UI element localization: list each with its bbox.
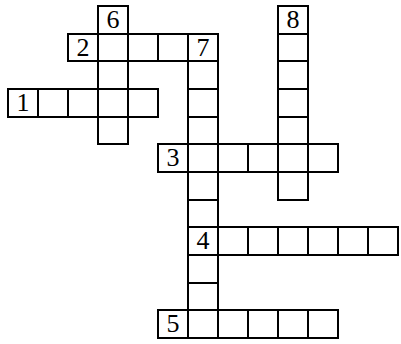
cell[interactable] bbox=[307, 226, 339, 256]
cell[interactable] bbox=[37, 88, 69, 118]
cell[interactable] bbox=[307, 143, 339, 173]
cell[interactable] bbox=[67, 88, 99, 118]
cell[interactable] bbox=[337, 226, 369, 256]
cell-numbered[interactable]: 8 bbox=[277, 5, 309, 35]
cell-numbered[interactable]: 5 bbox=[157, 309, 189, 339]
cell[interactable] bbox=[367, 226, 399, 256]
cell-numbered[interactable]: 7 bbox=[187, 33, 219, 62]
cell[interactable] bbox=[187, 88, 219, 118]
cell[interactable] bbox=[187, 282, 219, 311]
clue-number: 2 bbox=[77, 35, 90, 61]
cell[interactable] bbox=[187, 171, 219, 201]
cell[interactable] bbox=[187, 309, 219, 339]
cell[interactable] bbox=[247, 226, 279, 256]
cell[interactable] bbox=[127, 33, 159, 62]
cell[interactable] bbox=[97, 60, 129, 90]
clue-number: 7 bbox=[197, 35, 210, 61]
cell[interactable] bbox=[157, 33, 189, 62]
cell[interactable] bbox=[277, 226, 309, 256]
cell[interactable] bbox=[277, 88, 309, 118]
clue-number: 8 bbox=[287, 7, 300, 33]
cell[interactable] bbox=[187, 60, 219, 90]
cell[interactable] bbox=[187, 199, 219, 228]
cell[interactable] bbox=[247, 143, 279, 173]
cell[interactable] bbox=[187, 254, 219, 284]
cell[interactable] bbox=[217, 143, 249, 173]
cell[interactable] bbox=[97, 33, 129, 62]
cell[interactable] bbox=[277, 33, 309, 62]
cell[interactable] bbox=[217, 226, 249, 256]
cell[interactable] bbox=[277, 309, 309, 339]
clue-number: 4 bbox=[197, 228, 210, 254]
cell-numbered[interactable]: 1 bbox=[7, 88, 39, 118]
cell-numbered[interactable]: 2 bbox=[67, 33, 99, 62]
clue-number: 1 bbox=[17, 90, 30, 116]
clue-number: 3 bbox=[167, 145, 180, 171]
clue-number: 5 bbox=[167, 311, 180, 337]
cell[interactable] bbox=[277, 116, 309, 145]
clue-number: 6 bbox=[107, 7, 120, 33]
cell[interactable] bbox=[187, 116, 219, 145]
cell[interactable] bbox=[127, 88, 159, 118]
crossword-grid: 68271345 bbox=[0, 0, 401, 344]
cell[interactable] bbox=[217, 309, 249, 339]
cell[interactable] bbox=[97, 116, 129, 145]
cell[interactable] bbox=[277, 60, 309, 90]
cell[interactable] bbox=[277, 171, 309, 201]
cell[interactable] bbox=[187, 143, 219, 173]
cell-numbered[interactable]: 3 bbox=[157, 143, 189, 173]
cell[interactable] bbox=[97, 88, 129, 118]
cell-numbered[interactable]: 4 bbox=[187, 226, 219, 256]
cell[interactable] bbox=[277, 143, 309, 173]
cell[interactable] bbox=[307, 309, 339, 339]
cell[interactable] bbox=[247, 309, 279, 339]
cell-numbered[interactable]: 6 bbox=[97, 5, 129, 35]
